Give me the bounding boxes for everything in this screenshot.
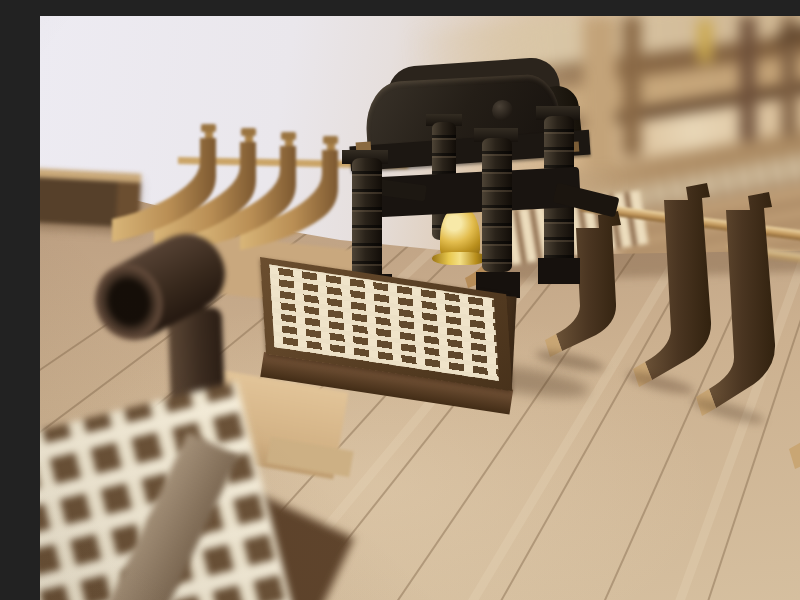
belfry-column xyxy=(482,138,512,272)
belfry-foot xyxy=(538,258,580,284)
belfry-finial-ball xyxy=(492,100,513,121)
belfry xyxy=(340,46,600,291)
belfry-column xyxy=(352,158,382,282)
ship-bell-mouth xyxy=(432,252,488,265)
ship-model-photo xyxy=(40,16,800,600)
